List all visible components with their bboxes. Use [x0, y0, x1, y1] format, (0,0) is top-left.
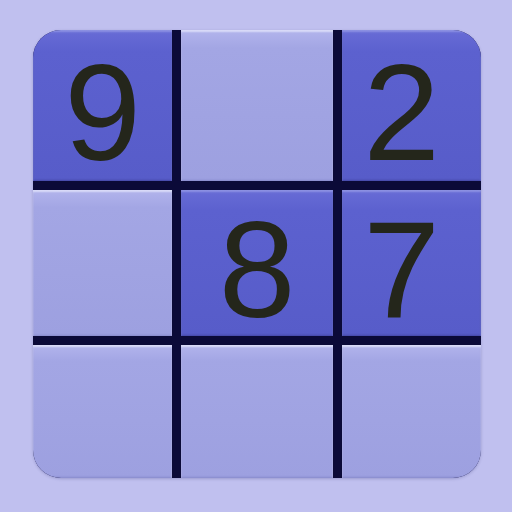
- sudoku-cell-r3c2[interactable]: [181, 345, 333, 478]
- sudoku-app-icon: 9 2 8 7: [0, 0, 512, 512]
- cell-digit: 9: [64, 43, 141, 181]
- cell-digit: 7: [363, 200, 440, 336]
- sudoku-cell-r2c3[interactable]: 7: [342, 190, 481, 336]
- sudoku-cell-r2c1[interactable]: [33, 190, 172, 336]
- sudoku-cell-r2c2[interactable]: 8: [181, 190, 333, 336]
- cell-digit: 2: [363, 43, 440, 181]
- sudoku-cell-r3c1[interactable]: [33, 345, 172, 478]
- cell-digit: 8: [219, 200, 296, 336]
- sudoku-cell-r3c3[interactable]: [342, 345, 481, 478]
- sudoku-cell-r1c3[interactable]: 2: [342, 30, 481, 181]
- sudoku-cell-r1c1[interactable]: 9: [33, 30, 172, 181]
- sudoku-cell-r1c2[interactable]: [181, 30, 333, 181]
- sudoku-board: 9 2 8 7: [33, 30, 481, 478]
